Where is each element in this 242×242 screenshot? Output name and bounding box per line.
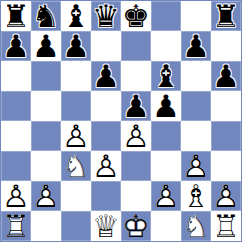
piece-outline-glyph: ♙ (32, 178, 60, 214)
piece-outline-glyph: ♔ (122, 208, 150, 242)
piece-outline-glyph: ♙ (152, 178, 180, 214)
square-h5[interactable] (211, 91, 241, 121)
square-f7[interactable] (151, 31, 181, 61)
square-d8[interactable]: ♛ (91, 1, 121, 31)
square-e6[interactable] (121, 61, 151, 91)
piece-black-pawn[interactable]: ♟ (91, 61, 121, 91)
square-b4[interactable] (31, 121, 61, 151)
square-g2[interactable]: ♗ (181, 181, 211, 211)
piece-white-bishop[interactable]: ♗ (181, 181, 211, 211)
piece-white-pawn[interactable]: ♙ (31, 181, 61, 211)
piece-outline-glyph: ♙ (92, 148, 120, 184)
piece-white-pawn[interactable]: ♙ (121, 121, 151, 151)
square-h8[interactable]: ♜ (211, 1, 241, 31)
square-f2[interactable]: ♙ (151, 181, 181, 211)
chess-board: ♜♞♝♛♚♜♟♟♟♟♟♝♟♟♟♙♙♘♙♙♙♙♙♗♙♖♕♔♘♖ (0, 0, 242, 242)
square-h7[interactable] (211, 31, 241, 61)
square-d2[interactable] (91, 181, 121, 211)
square-b3[interactable] (31, 151, 61, 181)
piece-outline-glyph: ♙ (122, 118, 150, 154)
piece-black-rook[interactable]: ♜ (1, 1, 31, 31)
square-h1[interactable]: ♖ (211, 211, 241, 241)
square-c5[interactable] (61, 91, 91, 121)
square-e3[interactable] (121, 151, 151, 181)
piece-white-pawn[interactable]: ♙ (1, 181, 31, 211)
square-f3[interactable] (151, 151, 181, 181)
square-c3[interactable]: ♘ (61, 151, 91, 181)
square-f5[interactable]: ♟ (151, 91, 181, 121)
piece-outline-glyph: ♖ (212, 208, 240, 242)
piece-outline-glyph: ♘ (62, 148, 90, 184)
square-b8[interactable]: ♞ (31, 1, 61, 31)
square-a6[interactable] (1, 61, 31, 91)
piece-white-rook[interactable]: ♖ (211, 211, 241, 241)
piece-black-rook[interactable]: ♜ (211, 1, 241, 31)
chess-board-wrap: ♜♞♝♛♚♜♟♟♟♟♟♝♟♟♟♙♙♘♙♙♙♙♙♗♙♖♕♔♘♖ (0, 0, 242, 242)
square-f1[interactable] (151, 211, 181, 241)
square-h2[interactable]: ♙ (211, 181, 241, 211)
piece-outline-glyph: ♘ (182, 208, 210, 242)
square-d5[interactable] (91, 91, 121, 121)
piece-white-pawn[interactable]: ♙ (151, 181, 181, 211)
piece-black-bishop[interactable]: ♝ (151, 61, 181, 91)
square-a2[interactable]: ♙ (1, 181, 31, 211)
square-b6[interactable] (31, 61, 61, 91)
square-h3[interactable] (211, 151, 241, 181)
square-g4[interactable] (181, 121, 211, 151)
square-g8[interactable] (181, 1, 211, 31)
square-c2[interactable] (61, 181, 91, 211)
square-g7[interactable]: ♟ (181, 31, 211, 61)
square-c7[interactable]: ♟ (61, 31, 91, 61)
square-e4[interactable]: ♙ (121, 121, 151, 151)
square-f8[interactable] (151, 1, 181, 31)
square-a5[interactable] (1, 91, 31, 121)
square-g1[interactable]: ♘ (181, 211, 211, 241)
piece-black-pawn[interactable]: ♟ (211, 61, 241, 91)
square-e5[interactable]: ♟ (121, 91, 151, 121)
square-h4[interactable] (211, 121, 241, 151)
piece-black-pawn[interactable]: ♟ (181, 31, 211, 61)
piece-white-pawn[interactable]: ♙ (211, 181, 241, 211)
square-f4[interactable] (151, 121, 181, 151)
square-b1[interactable] (31, 211, 61, 241)
square-e2[interactable] (121, 181, 151, 211)
square-g5[interactable] (181, 91, 211, 121)
square-c4[interactable]: ♙ (61, 121, 91, 151)
square-b7[interactable]: ♟ (31, 31, 61, 61)
piece-black-king[interactable]: ♚ (121, 1, 151, 31)
piece-white-queen[interactable]: ♕ (91, 211, 121, 241)
piece-black-pawn[interactable]: ♟ (121, 91, 151, 121)
square-c1[interactable] (61, 211, 91, 241)
piece-white-pawn[interactable]: ♙ (181, 151, 211, 181)
piece-white-rook[interactable]: ♖ (1, 211, 31, 241)
square-e8[interactable]: ♚ (121, 1, 151, 31)
piece-black-pawn[interactable]: ♟ (1, 31, 31, 61)
square-c6[interactable] (61, 61, 91, 91)
square-a1[interactable]: ♖ (1, 211, 31, 241)
piece-white-knight[interactable]: ♘ (181, 211, 211, 241)
square-c8[interactable]: ♝ (61, 1, 91, 31)
square-d4[interactable] (91, 121, 121, 151)
square-g6[interactable] (181, 61, 211, 91)
square-f6[interactable]: ♝ (151, 61, 181, 91)
piece-black-pawn[interactable]: ♟ (151, 91, 181, 121)
square-a4[interactable] (1, 121, 31, 151)
square-a8[interactable]: ♜ (1, 1, 31, 31)
piece-white-king[interactable]: ♔ (121, 211, 151, 241)
square-d7[interactable] (91, 31, 121, 61)
piece-black-knight[interactable]: ♞ (31, 1, 61, 31)
square-d6[interactable]: ♟ (91, 61, 121, 91)
square-h6[interactable]: ♟ (211, 61, 241, 91)
square-e1[interactable]: ♔ (121, 211, 151, 241)
piece-white-pawn[interactable]: ♙ (61, 121, 91, 151)
piece-outline-glyph: ♖ (2, 208, 30, 242)
square-e7[interactable] (121, 31, 151, 61)
piece-white-knight[interactable]: ♘ (61, 151, 91, 181)
square-g3[interactable]: ♙ (181, 151, 211, 181)
piece-black-bishop[interactable]: ♝ (61, 1, 91, 31)
piece-black-pawn[interactable]: ♟ (31, 31, 61, 61)
square-d3[interactable]: ♙ (91, 151, 121, 181)
square-a3[interactable] (1, 151, 31, 181)
piece-outline-glyph: ♕ (92, 208, 120, 242)
square-b2[interactable]: ♙ (31, 181, 61, 211)
square-b5[interactable] (31, 91, 61, 121)
piece-white-pawn[interactable]: ♙ (91, 151, 121, 181)
piece-black-queen[interactable]: ♛ (91, 1, 121, 31)
piece-black-pawn[interactable]: ♟ (61, 31, 91, 61)
square-a7[interactable]: ♟ (1, 31, 31, 61)
square-d1[interactable]: ♕ (91, 211, 121, 241)
